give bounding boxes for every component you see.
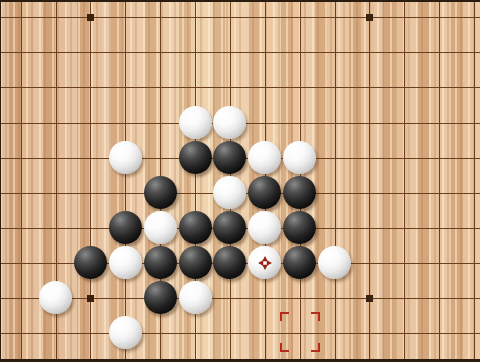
grid-lines <box>0 0 480 362</box>
star-point <box>87 295 94 302</box>
black-stone <box>144 176 177 209</box>
star-point <box>366 14 373 21</box>
white-stone <box>179 106 212 139</box>
white-stone <box>213 106 246 139</box>
gomoku-board[interactable] <box>0 0 480 362</box>
white-stone <box>109 316 142 349</box>
black-stone <box>213 141 246 174</box>
white-stone <box>39 281 72 314</box>
black-stone <box>248 176 281 209</box>
hint-bracket-corner <box>311 343 320 352</box>
black-stone <box>213 246 246 279</box>
black-stone <box>283 211 316 244</box>
white-stone <box>283 141 316 174</box>
star-point <box>87 14 94 21</box>
black-stone <box>179 211 212 244</box>
white-stone <box>213 176 246 209</box>
white-stone <box>144 211 177 244</box>
white-stone <box>248 141 281 174</box>
white-stone <box>248 246 281 279</box>
black-stone <box>144 246 177 279</box>
white-stone <box>109 141 142 174</box>
board-left-edge <box>0 0 1 362</box>
black-stone <box>213 211 246 244</box>
white-stone <box>318 246 351 279</box>
last-move-marker-arm <box>267 260 272 266</box>
hint-brackets <box>280 312 320 352</box>
last-move-marker-arm <box>258 260 263 266</box>
black-stone <box>179 246 212 279</box>
star-point <box>366 295 373 302</box>
last-move-marker <box>258 256 272 270</box>
hint-bracket-corner <box>280 343 289 352</box>
white-stone <box>179 281 212 314</box>
white-stone <box>109 246 142 279</box>
black-stone <box>74 246 107 279</box>
hint-bracket-corner <box>280 312 289 321</box>
black-stone <box>144 281 177 314</box>
black-stone <box>109 211 142 244</box>
white-stone <box>248 211 281 244</box>
last-move-marker-arm <box>262 256 268 261</box>
black-stone <box>179 141 212 174</box>
board-top-edge <box>0 0 480 2</box>
black-stone <box>283 176 316 209</box>
hint-bracket-corner <box>311 312 320 321</box>
black-stone <box>283 246 316 279</box>
last-move-marker-arm <box>262 265 268 270</box>
stones-grid <box>4 0 480 350</box>
